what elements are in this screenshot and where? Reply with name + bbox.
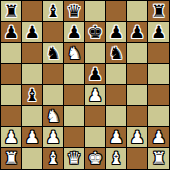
square-h8[interactable]: ♜ <box>148 1 169 22</box>
square-b3[interactable] <box>22 106 43 127</box>
black-king-e7: ♚ <box>87 24 102 41</box>
square-c6[interactable]: ♞ <box>43 43 64 64</box>
square-b8[interactable] <box>22 1 43 22</box>
square-d2[interactable] <box>64 127 85 148</box>
square-e4[interactable]: ♟ <box>85 85 106 106</box>
white-pawn-a2: ♟ <box>3 129 18 146</box>
black-queen-d8: ♛ <box>66 3 81 20</box>
black-rook-h8: ♜ <box>151 3 166 20</box>
square-b2[interactable]: ♟ <box>22 127 43 148</box>
square-f5[interactable] <box>106 64 127 85</box>
white-pawn-b2: ♟ <box>24 129 39 146</box>
black-pawn-e5: ♟ <box>87 66 102 83</box>
square-a2[interactable]: ♟ <box>1 127 22 148</box>
square-f8[interactable] <box>106 1 127 22</box>
white-pawn-e4: ♟ <box>87 87 102 104</box>
square-g7[interactable]: ♟ <box>127 22 148 43</box>
black-knight-f6: ♞ <box>108 45 123 62</box>
square-b4[interactable]: ♝ <box>22 85 43 106</box>
square-g8[interactable] <box>127 1 148 22</box>
square-a8[interactable]: ♜ <box>1 1 22 22</box>
black-pawn-g7: ♟ <box>129 24 144 41</box>
square-h7[interactable]: ♟ <box>148 22 169 43</box>
black-bishop-b4: ♝ <box>24 87 39 104</box>
square-h1[interactable]: ♜ <box>148 148 169 169</box>
white-queen-d1: ♛ <box>66 150 81 167</box>
square-g4[interactable] <box>127 85 148 106</box>
square-c4[interactable] <box>43 85 64 106</box>
square-h6[interactable] <box>148 43 169 64</box>
chess-board: ♜♝♛♜♟♟♟♚♟♟♟♞♞♞♟♝♟♞♟♟♟♟♟♟♜♝♛♚♝♜ <box>0 0 170 170</box>
square-d8[interactable]: ♛ <box>64 1 85 22</box>
square-a3[interactable] <box>1 106 22 127</box>
square-c5[interactable] <box>43 64 64 85</box>
square-e8[interactable] <box>85 1 106 22</box>
square-h5[interactable] <box>148 64 169 85</box>
square-b1[interactable] <box>22 148 43 169</box>
square-c8[interactable]: ♝ <box>43 1 64 22</box>
square-b5[interactable] <box>22 64 43 85</box>
square-f2[interactable]: ♟ <box>106 127 127 148</box>
square-c1[interactable]: ♝ <box>43 148 64 169</box>
white-rook-h1: ♜ <box>151 150 166 167</box>
black-rook-a8: ♜ <box>3 3 18 20</box>
white-bishop-c1: ♝ <box>45 150 60 167</box>
square-e7[interactable]: ♚ <box>85 22 106 43</box>
square-b6[interactable] <box>22 43 43 64</box>
black-pawn-b7: ♟ <box>24 24 39 41</box>
square-f1[interactable]: ♝ <box>106 148 127 169</box>
square-e1[interactable]: ♚ <box>85 148 106 169</box>
square-d5[interactable] <box>64 64 85 85</box>
black-pawn-h7: ♟ <box>151 24 166 41</box>
white-king-e1: ♚ <box>87 150 102 167</box>
square-e6[interactable] <box>85 43 106 64</box>
white-knight-d6: ♞ <box>66 45 81 62</box>
square-a7[interactable]: ♟ <box>1 22 22 43</box>
square-h4[interactable] <box>148 85 169 106</box>
square-e2[interactable] <box>85 127 106 148</box>
square-h3[interactable] <box>148 106 169 127</box>
white-pawn-f2: ♟ <box>108 129 123 146</box>
square-c3[interactable]: ♞ <box>43 106 64 127</box>
black-pawn-a7: ♟ <box>3 24 18 41</box>
square-c7[interactable] <box>43 22 64 43</box>
white-rook-a1: ♜ <box>3 150 18 167</box>
white-bishop-f1: ♝ <box>108 150 123 167</box>
square-g2[interactable]: ♟ <box>127 127 148 148</box>
square-f3[interactable] <box>106 106 127 127</box>
square-f7[interactable]: ♟ <box>106 22 127 43</box>
square-d4[interactable] <box>64 85 85 106</box>
white-pawn-c2: ♟ <box>45 129 60 146</box>
black-bishop-c8: ♝ <box>45 3 60 20</box>
square-e3[interactable] <box>85 106 106 127</box>
black-knight-c6: ♞ <box>45 45 60 62</box>
square-c2[interactable]: ♟ <box>43 127 64 148</box>
square-d3[interactable] <box>64 106 85 127</box>
square-a6[interactable] <box>1 43 22 64</box>
square-a5[interactable] <box>1 64 22 85</box>
square-g6[interactable] <box>127 43 148 64</box>
white-pawn-g2: ♟ <box>129 129 144 146</box>
square-h2[interactable]: ♟ <box>148 127 169 148</box>
black-pawn-f7: ♟ <box>108 24 123 41</box>
square-a1[interactable]: ♜ <box>1 148 22 169</box>
square-g3[interactable] <box>127 106 148 127</box>
square-e5[interactable]: ♟ <box>85 64 106 85</box>
square-b7[interactable]: ♟ <box>22 22 43 43</box>
square-d7[interactable]: ♟ <box>64 22 85 43</box>
square-d6[interactable]: ♞ <box>64 43 85 64</box>
square-g1[interactable] <box>127 148 148 169</box>
white-knight-c3: ♞ <box>45 108 60 125</box>
square-f4[interactable] <box>106 85 127 106</box>
square-f6[interactable]: ♞ <box>106 43 127 64</box>
square-g5[interactable] <box>127 64 148 85</box>
white-pawn-h2: ♟ <box>151 129 166 146</box>
black-pawn-d7: ♟ <box>66 24 81 41</box>
square-d1[interactable]: ♛ <box>64 148 85 169</box>
square-a4[interactable] <box>1 85 22 106</box>
